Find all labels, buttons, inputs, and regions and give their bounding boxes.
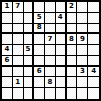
cell-r7c3[interactable] (24, 67, 35, 78)
cell-r7c6[interactable] (56, 67, 67, 78)
given-digit: 8 (37, 24, 42, 31)
cell-r9c3[interactable] (24, 88, 35, 99)
cell-r6c9[interactable] (88, 56, 99, 67)
cell-r8c5[interactable]: 8 (45, 77, 56, 88)
cell-r3c2[interactable] (13, 24, 24, 35)
cell-r6c8[interactable] (77, 56, 88, 67)
cell-r3c4[interactable]: 8 (34, 24, 45, 35)
cell-r9c4[interactable] (34, 88, 45, 99)
cell-r2c9[interactable] (88, 13, 99, 24)
cell-r1c8[interactable] (77, 2, 88, 13)
cell-r9c9[interactable] (88, 88, 99, 99)
cell-r8c1[interactable] (2, 77, 13, 88)
given-digit: 6 (37, 68, 42, 75)
cell-r4c2[interactable] (13, 34, 24, 45)
cell-r8c7[interactable] (67, 77, 78, 88)
cell-r2c1[interactable] (2, 13, 13, 24)
cell-r1c7[interactable]: 2 (67, 2, 78, 13)
given-digit: 4 (91, 68, 96, 75)
cell-r4c8[interactable]: 9 (77, 34, 88, 45)
cell-r4c4[interactable] (34, 34, 45, 45)
cell-r5c4[interactable] (34, 45, 45, 56)
given-digit: 7 (15, 3, 20, 10)
cell-r4c7[interactable]: 8 (67, 34, 78, 45)
cell-r4c5[interactable]: 7 (45, 34, 56, 45)
cell-r4c3[interactable] (24, 34, 35, 45)
cell-r8c9[interactable] (88, 77, 99, 88)
given-digit: 3 (80, 68, 85, 75)
cell-r8c8[interactable] (77, 77, 88, 88)
given-digit: 5 (37, 14, 42, 21)
cell-r9c7[interactable] (67, 88, 78, 99)
cell-r8c2[interactable]: 1 (13, 77, 24, 88)
cell-r7c8[interactable]: 3 (77, 67, 88, 78)
cell-r3c1[interactable] (2, 24, 13, 35)
cell-r2c5[interactable] (45, 13, 56, 24)
cell-r5c2[interactable] (13, 45, 24, 56)
cell-r2c7[interactable] (67, 13, 78, 24)
cell-r2c6[interactable]: 4 (56, 13, 67, 24)
cell-r1c1[interactable]: 1 (2, 2, 13, 13)
cell-r4c9[interactable] (88, 34, 99, 45)
cell-r5c3[interactable]: 5 (24, 45, 35, 56)
cell-r9c6[interactable] (56, 88, 67, 99)
cell-r8c4[interactable] (34, 77, 45, 88)
cell-r1c6[interactable] (56, 2, 67, 13)
cell-r3c7[interactable] (67, 24, 78, 35)
cell-r7c4[interactable]: 6 (34, 67, 45, 78)
cell-r6c2[interactable] (13, 56, 24, 67)
given-digit: 4 (58, 14, 63, 21)
cell-r6c1[interactable]: 6 (2, 56, 13, 67)
cell-r5c6[interactable] (56, 45, 67, 56)
given-digit: 8 (48, 79, 53, 86)
cell-r5c7[interactable] (67, 45, 78, 56)
sudoku-board: 17254878945663418 (0, 0, 101, 101)
cell-r9c5[interactable] (45, 88, 56, 99)
given-digit: 6 (4, 57, 9, 64)
cell-r6c6[interactable] (56, 56, 67, 67)
cell-r3c9[interactable] (88, 24, 99, 35)
given-digit: 4 (4, 46, 9, 53)
cell-r9c1[interactable] (2, 88, 13, 99)
cell-r1c2[interactable]: 7 (13, 2, 24, 13)
cell-r5c5[interactable] (45, 45, 56, 56)
cell-r2c4[interactable]: 5 (34, 13, 45, 24)
given-digit: 1 (15, 79, 20, 86)
cell-r7c2[interactable] (13, 67, 24, 78)
cell-r6c7[interactable] (67, 56, 78, 67)
cell-r4c6[interactable] (56, 34, 67, 45)
given-digit: 2 (69, 3, 74, 10)
given-digit: 7 (48, 36, 53, 43)
cell-r7c1[interactable] (2, 67, 13, 78)
cell-r1c3[interactable] (24, 2, 35, 13)
given-digit: 8 (69, 36, 74, 43)
given-digit: 1 (4, 3, 9, 10)
cell-r5c9[interactable] (88, 45, 99, 56)
cell-r9c8[interactable] (77, 88, 88, 99)
cell-r1c5[interactable] (45, 2, 56, 13)
cell-r7c7[interactable] (67, 67, 78, 78)
cell-r9c2[interactable] (13, 88, 24, 99)
cell-r6c4[interactable] (34, 56, 45, 67)
cell-r2c8[interactable] (77, 13, 88, 24)
cell-r7c5[interactable] (45, 67, 56, 78)
given-digit: 9 (80, 36, 85, 43)
cell-r3c5[interactable] (45, 24, 56, 35)
cell-r5c8[interactable] (77, 45, 88, 56)
cell-r3c6[interactable] (56, 24, 67, 35)
cell-r7c9[interactable]: 4 (88, 67, 99, 78)
given-digit: 5 (26, 46, 31, 53)
cell-r6c5[interactable] (45, 56, 56, 67)
cell-r5c1[interactable]: 4 (2, 45, 13, 56)
cell-r1c4[interactable] (34, 2, 45, 13)
cell-r2c2[interactable] (13, 13, 24, 24)
cell-r8c6[interactable] (56, 77, 67, 88)
cell-r4c1[interactable] (2, 34, 13, 45)
cell-r6c3[interactable] (24, 56, 35, 67)
cell-r8c3[interactable] (24, 77, 35, 88)
cell-r3c8[interactable] (77, 24, 88, 35)
sudoku-screenshot: 17254878945663418 (0, 0, 101, 101)
cell-r3c3[interactable] (24, 24, 35, 35)
cell-r1c9[interactable] (88, 2, 99, 13)
cell-r2c3[interactable] (24, 13, 35, 24)
